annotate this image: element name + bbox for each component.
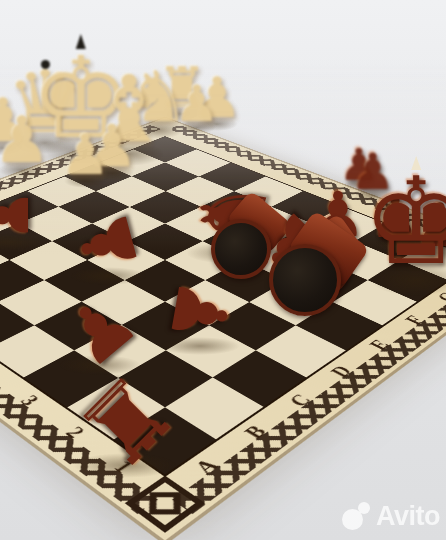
fallen-dark-pawn-piece: ♟ [159, 274, 241, 350]
white-pawn-piece: ♟ [0, 108, 51, 172]
avito-logo-dot-small [358, 502, 370, 514]
scene: A B C D E F G H 1 2 3 4 5 6 7 8 ♟♟♛♚ [0, 0, 446, 540]
avito-logo-icon [342, 500, 372, 530]
chess-set-photo: A B C D E F G H 1 2 3 4 5 6 7 8 ♟♟♛♚ [0, 0, 446, 540]
black-cone-finial [76, 34, 86, 49]
felt-base-disc [269, 244, 341, 316]
white-cone-finial [411, 156, 421, 170]
fallen-dark-pawn-piece: ♟ [0, 189, 37, 241]
dark-king-piece: ♚ [362, 162, 446, 282]
pieces-layer: ♟♟♛♚♟♟♝♞♜♟♟♟♟♞♟♟♟♜♟♟♟♟♚♟ [0, 0, 446, 540]
avito-watermark: Avito [342, 500, 440, 530]
white-pawn-piece: ♟ [60, 127, 110, 183]
avito-watermark-label: Avito [376, 503, 440, 530]
